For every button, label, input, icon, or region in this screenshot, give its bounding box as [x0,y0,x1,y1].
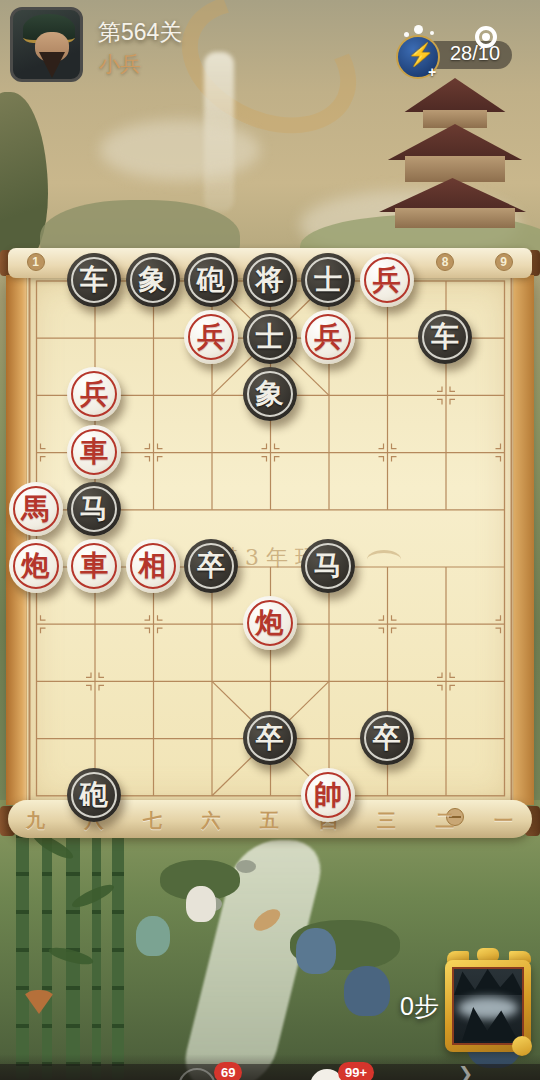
frame-ornament [512,1036,532,1056]
piece-black-file2-rank10[interactable]: 砲 [67,768,121,822]
piece-red-file1-rank6[interactable]: 炮 [9,539,63,593]
piece-red-file4-rank2[interactable]: 兵 [184,310,238,364]
plus-icon: + [428,64,436,80]
board-pieces: 车象砲将士兵兵士兵车兵象車馬马炮車相卒马炮卒卒砲帥 [6,248,534,838]
piece-black-file6-rank1[interactable]: 士 [301,253,355,307]
seated-figure [296,928,336,974]
xiangqi-board[interactable]: 象棋3年玩家 123456789九八七六五四三二一 车象砲将士兵兵士兵车兵象車馬… [6,248,534,838]
dots-icon [414,25,423,34]
seated-figure [136,916,170,956]
record-icon [475,26,497,48]
piece-black-file4-rank6[interactable]: 卒 [184,539,238,593]
move-counter: 0步 [400,990,439,1023]
seated-figure [344,966,390,1016]
dots-icon [404,32,409,37]
piece-black-file4-rank1[interactable]: 砲 [184,253,238,307]
piece-red-file7-rank1[interactable]: 兵 [360,253,414,307]
piece-red-file2-rank3[interactable]: 兵 [67,367,121,421]
mountain-thumbnail [452,967,524,1045]
temple-decoration [365,78,540,228]
player-avatar[interactable] [10,7,83,82]
rock-decoration [236,860,256,873]
seated-figure [186,886,216,922]
piece-red-file1-rank5[interactable]: 馬 [9,482,63,536]
piece-black-file5-rank1[interactable]: 将 [243,253,297,307]
bamboo-decoration [16,800,29,1080]
mist-decoration [100,120,260,180]
piece-black-file7-rank9[interactable]: 卒 [360,711,414,765]
piece-black-file6-rank6[interactable]: 马 [301,539,355,593]
piece-red-file3-rank6[interactable]: 相 [126,539,180,593]
piece-red-file2-rank6[interactable]: 車 [67,539,121,593]
chevron-right-icon: ❯ [458,1063,473,1080]
piece-red-file6-rank2[interactable]: 兵 [301,310,355,364]
dots-icon [430,31,434,35]
piece-black-file5-rank2[interactable]: 士 [243,310,297,364]
piece-black-file2-rank1[interactable]: 车 [67,253,121,307]
game-screen: 第564关 小兵 28/10 ⚡ + 象棋3年玩家 123456789九八七六五… [0,0,540,1080]
piece-black-file2-rank5[interactable]: 马 [67,482,121,536]
piece-black-file8-rank2[interactable]: 车 [418,310,472,364]
piece-red-file6-rank10[interactable]: 帥 [301,768,355,822]
piece-black-file3-rank1[interactable]: 象 [126,253,180,307]
notification-badge: 99+ [338,1062,374,1080]
piece-red-file5-rank7[interactable]: 炮 [243,596,297,650]
level-title: 第564关 [98,17,182,48]
avatar-beard [39,52,65,78]
piece-red-file2-rank4[interactable]: 車 [67,425,121,479]
piece-black-file5-rank3[interactable]: 象 [243,367,297,421]
bamboo-decoration [112,800,124,1080]
notification-badge: 69 [214,1062,242,1080]
energy-value: 28/10 [438,42,512,65]
bamboo-decoration [66,800,80,1080]
bamboo-decoration [92,800,101,1080]
piece-black-file5-rank9[interactable]: 卒 [243,711,297,765]
level-subtitle: 小兵 [99,50,141,78]
